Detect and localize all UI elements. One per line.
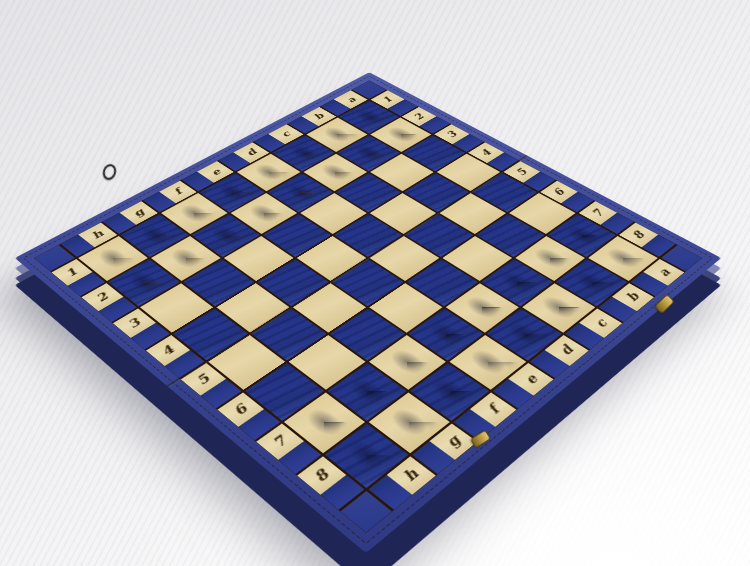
rank-label-text: 5 — [193, 371, 214, 386]
white-pawn[interactable]: ♟ — [163, 214, 209, 266]
file-label-text: h — [400, 466, 424, 484]
rank-label-text: 3 — [443, 129, 460, 138]
file-label-text: f — [484, 402, 503, 416]
file-label-text: c — [591, 316, 611, 329]
rank-label-text: 8 — [310, 466, 333, 484]
rank-label-text: 2 — [93, 290, 112, 303]
file-label-text: a — [654, 266, 674, 278]
file-label-text: b — [623, 290, 644, 303]
chess-board: 12345678 abcdefgh ♜♟♟♜♞♟♟♞♝♟♟♝♛♟♟♛♚♟♟♚♝♟… — [15, 72, 721, 553]
board-grid: ♜♟♟♜♞♟♟♞♝♟♟♝♛♟♟♛♚♟♟♚♝♟♟♝♞♟♟♞♜♟♟♜ — [78, 100, 658, 487]
rank-label-text: 3 — [124, 316, 143, 330]
white-pawn[interactable]: ♟ — [203, 192, 248, 242]
rank-label-text: 5 — [513, 167, 531, 177]
rank-label-text: 4 — [158, 343, 178, 358]
file-label-text: e — [520, 372, 541, 387]
white-pawn[interactable]: ♟ — [120, 237, 167, 290]
black-rook[interactable]: ♜ — [333, 390, 400, 465]
rank-label-text: 4 — [477, 148, 494, 158]
rank-label-text: 6 — [230, 401, 251, 417]
rank-label-text: 7 — [269, 433, 291, 450]
scene: 12345678 abcdefgh ♜♟♟♜♞♟♟♞♝♟♟♝♛♟♟♛♚♟♟♚♝♟… — [0, 0, 750, 566]
rank-label-text: 1 — [63, 266, 81, 279]
file-label-text: g — [442, 433, 465, 450]
coordinate-border: 12345678 abcdefgh ♜♟♟♜♞♟♟♞♝♟♟♝♛♟♟♛♚♟♟♚♝♟… — [34, 81, 702, 533]
white-pawn[interactable]: ♟ — [242, 171, 286, 220]
file-label-text: d — [556, 343, 577, 358]
